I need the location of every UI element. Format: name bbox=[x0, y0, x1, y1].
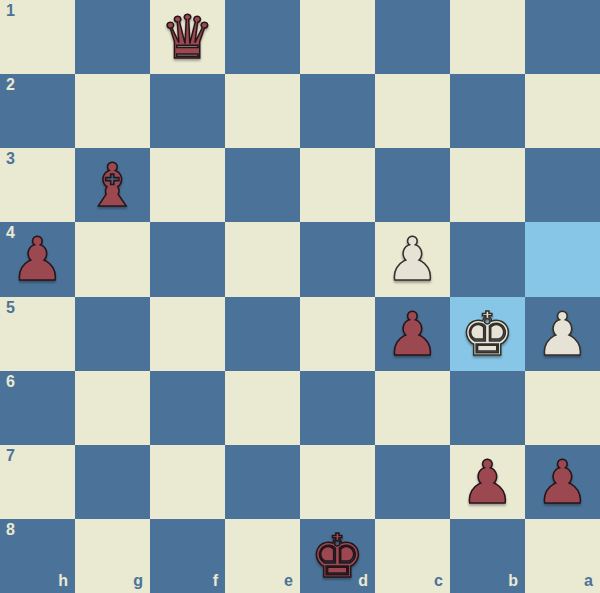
square-g8[interactable]: g bbox=[75, 519, 150, 593]
square-e2[interactable] bbox=[225, 74, 300, 148]
square-g3[interactable]: ♝ bbox=[75, 148, 150, 222]
square-f7[interactable] bbox=[150, 445, 225, 519]
square-g2[interactable] bbox=[75, 74, 150, 148]
square-a7[interactable]: ♟ bbox=[525, 445, 600, 519]
square-b1[interactable] bbox=[450, 0, 525, 74]
square-d7[interactable] bbox=[300, 445, 375, 519]
square-h6[interactable]: 6 bbox=[0, 371, 75, 445]
square-c7[interactable] bbox=[375, 445, 450, 519]
square-e8[interactable]: e bbox=[225, 519, 300, 593]
square-e5[interactable] bbox=[225, 297, 300, 371]
square-h4[interactable]: 4♟ bbox=[0, 222, 75, 296]
square-a5[interactable]: ♟ bbox=[525, 297, 600, 371]
square-b8[interactable]: b bbox=[450, 519, 525, 593]
square-d5[interactable] bbox=[300, 297, 375, 371]
square-b3[interactable] bbox=[450, 148, 525, 222]
rank-label-7: 7 bbox=[6, 448, 15, 464]
square-e6[interactable] bbox=[225, 371, 300, 445]
square-g4[interactable] bbox=[75, 222, 150, 296]
square-c2[interactable] bbox=[375, 74, 450, 148]
piece-black-pawn[interactable]: ♟ bbox=[386, 297, 440, 371]
square-d4[interactable] bbox=[300, 222, 375, 296]
file-label-c: c bbox=[434, 573, 443, 589]
piece-white-pawn[interactable]: ♟ bbox=[386, 222, 440, 296]
square-h3[interactable]: 3 bbox=[0, 148, 75, 222]
square-c8[interactable]: c bbox=[375, 519, 450, 593]
square-a3[interactable] bbox=[525, 148, 600, 222]
square-e4[interactable] bbox=[225, 222, 300, 296]
square-c5[interactable]: ♟ bbox=[375, 297, 450, 371]
square-a8[interactable]: a bbox=[525, 519, 600, 593]
square-d1[interactable] bbox=[300, 0, 375, 74]
rank-label-1: 1 bbox=[6, 3, 15, 19]
square-c1[interactable] bbox=[375, 0, 450, 74]
square-d2[interactable] bbox=[300, 74, 375, 148]
rank-label-6: 6 bbox=[6, 374, 15, 390]
piece-black-pawn[interactable]: ♟ bbox=[536, 445, 590, 519]
square-b4[interactable] bbox=[450, 222, 525, 296]
square-h8[interactable]: 8h bbox=[0, 519, 75, 593]
square-b6[interactable] bbox=[450, 371, 525, 445]
square-f3[interactable] bbox=[150, 148, 225, 222]
square-d8[interactable]: d♚ bbox=[300, 519, 375, 593]
file-label-h: h bbox=[58, 573, 68, 589]
square-f5[interactable] bbox=[150, 297, 225, 371]
piece-black-bishop[interactable]: ♝ bbox=[86, 148, 140, 222]
square-g6[interactable] bbox=[75, 371, 150, 445]
piece-white-pawn[interactable]: ♟ bbox=[536, 297, 590, 371]
rank-label-2: 2 bbox=[6, 77, 15, 93]
square-a6[interactable] bbox=[525, 371, 600, 445]
square-f4[interactable] bbox=[150, 222, 225, 296]
square-b5[interactable]: ♚ bbox=[450, 297, 525, 371]
piece-black-queen[interactable]: ♛ bbox=[161, 0, 215, 74]
square-e3[interactable] bbox=[225, 148, 300, 222]
square-c4[interactable]: ♟ bbox=[375, 222, 450, 296]
file-label-a: a bbox=[584, 573, 593, 589]
square-f1[interactable]: ♛ bbox=[150, 0, 225, 74]
rank-label-5: 5 bbox=[6, 300, 15, 316]
square-a4[interactable] bbox=[525, 222, 600, 296]
piece-white-king[interactable]: ♚ bbox=[461, 297, 515, 371]
piece-black-king[interactable]: ♚ bbox=[311, 519, 365, 593]
piece-black-pawn[interactable]: ♟ bbox=[461, 445, 515, 519]
square-b2[interactable] bbox=[450, 74, 525, 148]
piece-black-pawn[interactable]: ♟ bbox=[11, 222, 65, 296]
file-label-b: b bbox=[508, 573, 518, 589]
chess-board-container: 1♛23♝4♟♟5♟♚♟67♟♟8hgfed♚cba bbox=[0, 0, 600, 593]
square-h1[interactable]: 1 bbox=[0, 0, 75, 74]
rank-label-3: 3 bbox=[6, 151, 15, 167]
square-g7[interactable] bbox=[75, 445, 150, 519]
file-label-g: g bbox=[133, 573, 143, 589]
square-b7[interactable]: ♟ bbox=[450, 445, 525, 519]
square-f8[interactable]: f bbox=[150, 519, 225, 593]
square-d6[interactable] bbox=[300, 371, 375, 445]
square-h5[interactable]: 5 bbox=[0, 297, 75, 371]
square-c6[interactable] bbox=[375, 371, 450, 445]
square-h7[interactable]: 7 bbox=[0, 445, 75, 519]
square-h2[interactable]: 2 bbox=[0, 74, 75, 148]
square-e1[interactable] bbox=[225, 0, 300, 74]
square-a1[interactable] bbox=[525, 0, 600, 74]
square-d3[interactable] bbox=[300, 148, 375, 222]
square-e7[interactable] bbox=[225, 445, 300, 519]
chess-board: 1♛23♝4♟♟5♟♚♟67♟♟8hgfed♚cba bbox=[0, 0, 600, 593]
rank-label-8: 8 bbox=[6, 522, 15, 538]
square-g5[interactable] bbox=[75, 297, 150, 371]
square-f6[interactable] bbox=[150, 371, 225, 445]
file-label-e: e bbox=[284, 573, 293, 589]
square-a2[interactable] bbox=[525, 74, 600, 148]
file-label-f: f bbox=[213, 573, 218, 589]
square-g1[interactable] bbox=[75, 0, 150, 74]
square-c3[interactable] bbox=[375, 148, 450, 222]
square-f2[interactable] bbox=[150, 74, 225, 148]
